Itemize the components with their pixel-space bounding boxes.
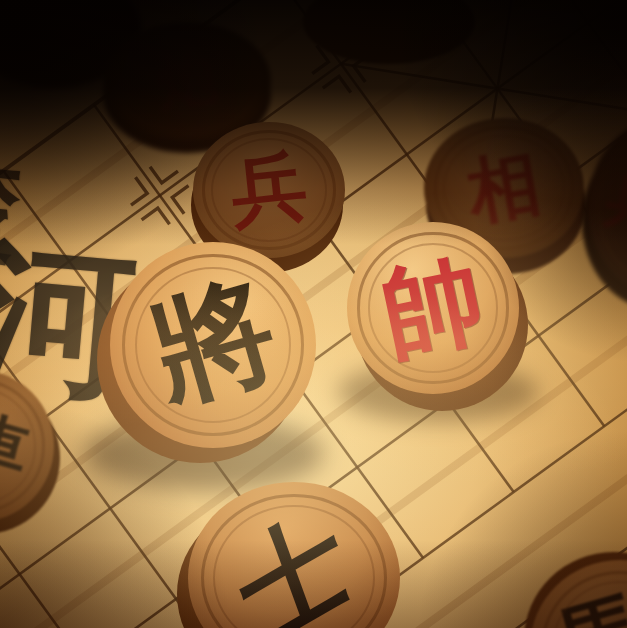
piece-character: 士 [219, 478, 368, 628]
xiangqi-photo-scene: 楚 河 炮 兵 相 兵 車 [0, 0, 627, 628]
piece-black-advisor[interactable]: 士 [188, 482, 400, 628]
piece-on-edge-top-center[interactable] [303, 0, 475, 64]
piece-character: 兵 [226, 135, 312, 245]
piece-black-horse-corner[interactable]: 馬 [530, 560, 627, 628]
piece-red-soldier-right-edge[interactable]: 兵 [588, 118, 627, 296]
piece-red-soldier[interactable]: 兵 [193, 122, 345, 258]
piece-character: 帥 [370, 232, 496, 385]
piece-character: 將 [134, 248, 294, 438]
piece-character: 兵 [600, 157, 627, 247]
piece-face: 將 [110, 242, 316, 448]
piece-face: 帥 [347, 222, 519, 394]
piece-character: 車 [0, 395, 40, 496]
piece-face: 士 [188, 482, 400, 628]
piece-side-view [303, 0, 475, 64]
piece-character: 炮 [153, 38, 221, 123]
piece-black-general[interactable]: 將 [110, 242, 316, 448]
piece-black-chariot-left-edge[interactable]: 車 [0, 370, 54, 522]
piece-face: 兵 [193, 122, 345, 258]
piece-red-general[interactable]: 帥 [347, 222, 519, 394]
